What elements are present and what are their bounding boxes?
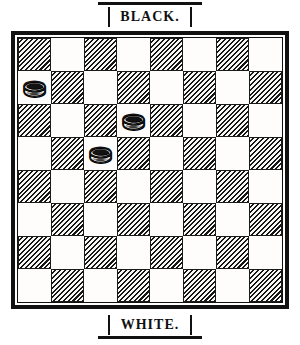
board-square[interactable] xyxy=(249,269,282,302)
board-square[interactable] xyxy=(150,236,183,269)
board-square[interactable]: ⛂ xyxy=(18,71,51,104)
board-square[interactable]: ⛂ xyxy=(117,104,150,137)
board-square[interactable] xyxy=(150,269,183,302)
board-square[interactable] xyxy=(150,38,183,71)
label-side-bar-right xyxy=(190,7,192,27)
board-square[interactable] xyxy=(150,137,183,170)
board-square[interactable] xyxy=(84,104,117,137)
checker-piece-black[interactable]: ⛂ xyxy=(88,138,113,168)
board-square[interactable] xyxy=(249,137,282,170)
board-square[interactable] xyxy=(183,71,216,104)
board-square[interactable] xyxy=(117,236,150,269)
board-square[interactable] xyxy=(51,38,84,71)
board-square[interactable] xyxy=(216,203,249,236)
board-square[interactable] xyxy=(249,71,282,104)
board-square[interactable] xyxy=(18,104,51,137)
board-square[interactable] xyxy=(117,38,150,71)
board-square[interactable] xyxy=(51,236,84,269)
board-square[interactable] xyxy=(18,269,51,302)
board-square[interactable] xyxy=(249,38,282,71)
white-label: WHITE. xyxy=(110,314,190,336)
board-square[interactable] xyxy=(18,203,51,236)
board-square[interactable] xyxy=(183,170,216,203)
board-square[interactable] xyxy=(183,236,216,269)
board-square[interactable] xyxy=(216,71,249,104)
board-square[interactable] xyxy=(18,38,51,71)
board-square[interactable] xyxy=(51,137,84,170)
white-side-plate: WHITE. xyxy=(98,313,202,339)
board-square[interactable] xyxy=(84,203,117,236)
board-square[interactable] xyxy=(117,203,150,236)
board-square[interactable] xyxy=(84,71,117,104)
board-square[interactable] xyxy=(183,203,216,236)
board-square[interactable] xyxy=(18,170,51,203)
board-square[interactable] xyxy=(51,71,84,104)
board-square[interactable] xyxy=(249,203,282,236)
board-square[interactable]: ⛂ xyxy=(84,137,117,170)
board-square[interactable] xyxy=(51,104,84,137)
board-square[interactable] xyxy=(51,170,84,203)
board-square[interactable] xyxy=(150,104,183,137)
board-square[interactable] xyxy=(51,269,84,302)
board-square[interactable] xyxy=(249,104,282,137)
label-side-bar-right xyxy=(190,315,192,335)
black-label: BLACK. xyxy=(110,6,190,28)
board-square[interactable] xyxy=(216,269,249,302)
bottom-rule xyxy=(98,336,202,339)
board-square[interactable] xyxy=(150,170,183,203)
board-square[interactable] xyxy=(84,170,117,203)
board-square[interactable] xyxy=(150,71,183,104)
checker-piece-black[interactable]: ⛂ xyxy=(22,72,47,102)
board-square[interactable] xyxy=(84,236,117,269)
board-square[interactable] xyxy=(249,170,282,203)
board-square[interactable] xyxy=(84,269,117,302)
checker-piece-black[interactable]: ⛂ xyxy=(121,105,146,135)
board-square[interactable] xyxy=(150,203,183,236)
board-square[interactable] xyxy=(183,104,216,137)
board-square[interactable] xyxy=(216,170,249,203)
board-square[interactable] xyxy=(18,236,51,269)
board-square[interactable] xyxy=(183,137,216,170)
checkers-board: ⛂⛂⛂ xyxy=(17,37,283,303)
board-square[interactable] xyxy=(51,203,84,236)
board-square[interactable] xyxy=(249,236,282,269)
board-frame: ⛂⛂⛂ xyxy=(11,31,289,309)
board-square[interactable] xyxy=(84,38,117,71)
board-square[interactable] xyxy=(183,269,216,302)
board-square[interactable] xyxy=(117,269,150,302)
board-square[interactable] xyxy=(117,71,150,104)
board-square[interactable] xyxy=(18,137,51,170)
board-square[interactable] xyxy=(216,236,249,269)
board-square[interactable] xyxy=(216,104,249,137)
board-square[interactable] xyxy=(183,38,216,71)
black-side-plate: BLACK. xyxy=(98,2,202,28)
board-square[interactable] xyxy=(117,137,150,170)
board-square[interactable] xyxy=(117,170,150,203)
board-square[interactable] xyxy=(216,38,249,71)
board-square[interactable] xyxy=(216,137,249,170)
